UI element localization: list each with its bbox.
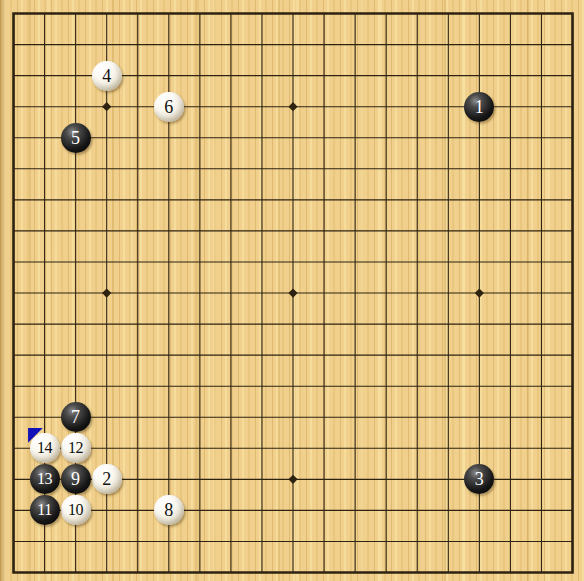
go-board[interactable]: 1234567891011121314 [0,0,584,581]
stone-move-number: 8 [164,495,173,525]
stone-black-move-3: 3 [464,464,494,494]
board-intersection[interactable]: 12 [60,433,91,464]
board-intersection[interactable]: 3 [464,464,495,495]
board-intersection[interactable]: 2 [91,464,122,495]
board-intersection[interactable]: 5 [60,122,91,153]
board-intersection[interactable]: 9 [60,464,91,495]
board-intersection[interactable]: 14 [29,433,60,464]
stone-move-number: 5 [71,123,80,153]
stone-white-move-4: 4 [92,61,122,91]
stone-move-number: 7 [71,402,80,432]
stone-move-number: 4 [102,61,111,91]
board-intersection[interactable]: 6 [153,91,184,122]
stone-black-move-11: 11 [30,495,60,525]
stone-move-number: 1 [475,92,484,122]
stone-move-number: 2 [102,464,111,494]
stone-move-number: 10 [68,495,83,525]
stone-move-number: 3 [475,464,484,494]
stone-white-move-14: 14 [30,433,60,463]
stone-move-number: 13 [37,464,52,494]
board-intersection[interactable]: 4 [91,60,122,91]
board-intersection[interactable]: 1 [464,91,495,122]
stone-move-number: 9 [71,464,80,494]
board-intersection[interactable]: 8 [153,495,184,526]
board-intersection[interactable]: 13 [29,464,60,495]
stone-move-number: 11 [37,495,51,525]
stone-move-number: 12 [68,433,83,463]
stone-black-move-1: 1 [464,92,494,122]
stone-white-move-12: 12 [61,433,91,463]
stone-move-number: 6 [164,92,173,122]
stone-black-move-5: 5 [61,123,91,153]
stone-black-move-9: 9 [61,464,91,494]
stone-move-number: 14 [37,433,52,463]
stone-white-move-6: 6 [154,92,184,122]
board-intersection[interactable]: 11 [29,495,60,526]
board-intersection[interactable]: 10 [60,495,91,526]
board-intersection[interactable]: 7 [60,402,91,433]
stone-white-move-8: 8 [154,495,184,525]
stone-black-move-7: 7 [61,402,91,432]
go-board-grid[interactable]: 1234567891011121314 [0,0,584,581]
stone-black-move-13: 13 [30,464,60,494]
stone-white-move-10: 10 [61,495,91,525]
stone-white-move-2: 2 [92,464,122,494]
